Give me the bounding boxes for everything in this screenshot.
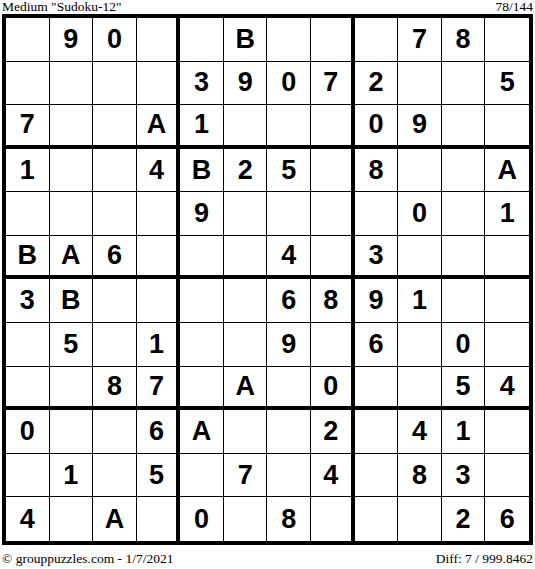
cell-r1c2: 9 (50, 18, 94, 62)
cell-r2c5: 3 (180, 62, 224, 106)
cell-r7c8: 8 (311, 279, 355, 323)
cell-r9c9[interactable] (355, 367, 399, 411)
cell-r1c4[interactable] (137, 18, 181, 62)
cell-r5c1[interactable] (6, 192, 50, 236)
cell-r7c1: 3 (6, 279, 50, 323)
cell-r12c10[interactable] (398, 497, 442, 541)
cell-r3c11[interactable] (442, 105, 486, 149)
cell-r4c10[interactable] (398, 149, 442, 193)
cell-r7c6[interactable] (224, 279, 268, 323)
cell-r5c6[interactable] (224, 192, 268, 236)
cell-r8c4: 1 (137, 323, 181, 367)
cell-r6c5[interactable] (180, 236, 224, 280)
cell-r9c6: A (224, 367, 268, 411)
cell-r3c12[interactable] (485, 105, 529, 149)
cell-r4c3[interactable] (93, 149, 137, 193)
cell-r8c2: 5 (50, 323, 94, 367)
cell-r4c9: 8 (355, 149, 399, 193)
cell-r4c7: 5 (267, 149, 311, 193)
puzzle-title: Medium "Sudoku-12" (2, 0, 121, 13)
cell-r2c3[interactable] (93, 62, 137, 106)
cell-r12c8[interactable] (311, 497, 355, 541)
cell-r10c12[interactable] (485, 410, 529, 454)
cell-r1c6: B (224, 18, 268, 62)
cell-r8c11: 0 (442, 323, 486, 367)
cell-r4c2[interactable] (50, 149, 94, 193)
cell-r11c8: 4 (311, 454, 355, 498)
cell-r1c7[interactable] (267, 18, 311, 62)
cell-r12c11: 2 (442, 497, 486, 541)
cell-r8c10[interactable] (398, 323, 442, 367)
cell-r12c9[interactable] (355, 497, 399, 541)
cell-r9c8: 0 (311, 367, 355, 411)
cell-r8c9: 6 (355, 323, 399, 367)
cell-r4c12: A (485, 149, 529, 193)
cell-r3c8[interactable] (311, 105, 355, 149)
footer: © grouppuzzles.com - 1/7/2021 Diff: 7 / … (2, 549, 533, 566)
cell-r9c4: 7 (137, 367, 181, 411)
cell-r8c5[interactable] (180, 323, 224, 367)
cell-r1c8[interactable] (311, 18, 355, 62)
cell-r3c10: 9 (398, 105, 442, 149)
cell-r11c10: 8 (398, 454, 442, 498)
cell-r9c10[interactable] (398, 367, 442, 411)
cell-r4c5: B (180, 149, 224, 193)
cell-r5c8[interactable] (311, 192, 355, 236)
cell-r1c1[interactable] (6, 18, 50, 62)
cell-r8c3[interactable] (93, 323, 137, 367)
cell-r11c3[interactable] (93, 454, 137, 498)
cell-r6c3: 6 (93, 236, 137, 280)
cell-r3c4: A (137, 105, 181, 149)
cell-r7c2: B (50, 279, 94, 323)
cell-r11c6: 7 (224, 454, 268, 498)
cell-r11c11: 3 (442, 454, 486, 498)
cell-r7c9: 9 (355, 279, 399, 323)
cell-r5c11[interactable] (442, 192, 486, 236)
cell-r6c6[interactable] (224, 236, 268, 280)
cell-r10c8: 2 (311, 410, 355, 454)
cell-r5c2[interactable] (50, 192, 94, 236)
cell-r10c1: 0 (6, 410, 50, 454)
cell-r6c9: 3 (355, 236, 399, 280)
cell-r2c1[interactable] (6, 62, 50, 106)
cell-r5c3[interactable] (93, 192, 137, 236)
cell-r5c5: 9 (180, 192, 224, 236)
cell-r7c10: 1 (398, 279, 442, 323)
cell-r7c11[interactable] (442, 279, 486, 323)
cell-r6c11[interactable] (442, 236, 486, 280)
cell-r4c11[interactable] (442, 149, 486, 193)
cell-r3c3[interactable] (93, 105, 137, 149)
cell-r6c12[interactable] (485, 236, 529, 280)
cell-r9c1[interactable] (6, 367, 50, 411)
cell-r7c5[interactable] (180, 279, 224, 323)
cell-r10c11: 1 (442, 410, 486, 454)
cell-r7c12[interactable] (485, 279, 529, 323)
cell-r11c2: 1 (50, 454, 94, 498)
cell-r5c4[interactable] (137, 192, 181, 236)
cell-r5c12: 1 (485, 192, 529, 236)
cell-r11c7[interactable] (267, 454, 311, 498)
cell-r2c8: 7 (311, 62, 355, 106)
cell-r1c5[interactable] (180, 18, 224, 62)
cell-r4c8[interactable] (311, 149, 355, 193)
cell-r3c7[interactable] (267, 105, 311, 149)
cell-r4c1: 1 (6, 149, 50, 193)
cell-r6c4[interactable] (137, 236, 181, 280)
cell-r4c4: 4 (137, 149, 181, 193)
cell-r3c6[interactable] (224, 105, 268, 149)
cell-r11c1[interactable] (6, 454, 50, 498)
cell-r12c5: 0 (180, 497, 224, 541)
cell-r2c4[interactable] (137, 62, 181, 106)
cell-r11c4: 5 (137, 454, 181, 498)
cell-r12c2[interactable] (50, 497, 94, 541)
cell-r9c11: 5 (442, 367, 486, 411)
cell-r2c10[interactable] (398, 62, 442, 106)
cell-r12c4[interactable] (137, 497, 181, 541)
cell-r5c10: 0 (398, 192, 442, 236)
cell-r5c9[interactable] (355, 192, 399, 236)
cell-r10c2[interactable] (50, 410, 94, 454)
cell-r12c7: 8 (267, 497, 311, 541)
cell-r2c6: 9 (224, 62, 268, 106)
cell-counter: 78/144 (495, 0, 533, 13)
cell-r10c6[interactable] (224, 410, 268, 454)
sudoku-board: 90B783907257A10914B258A901BA6433B6891519… (2, 14, 533, 545)
cell-r4c6: 2 (224, 149, 268, 193)
cell-r7c3[interactable] (93, 279, 137, 323)
cell-r8c1[interactable] (6, 323, 50, 367)
cell-r3c2[interactable] (50, 105, 94, 149)
cell-r1c11: 8 (442, 18, 486, 62)
cell-r3c5: 1 (180, 105, 224, 149)
cell-r3c9: 0 (355, 105, 399, 149)
cell-r2c7: 0 (267, 62, 311, 106)
cell-r11c12[interactable] (485, 454, 529, 498)
cell-r11c9[interactable] (355, 454, 399, 498)
cell-r8c12[interactable] (485, 323, 529, 367)
cell-r9c3: 8 (93, 367, 137, 411)
cell-r8c6[interactable] (224, 323, 268, 367)
cell-r7c7: 6 (267, 279, 311, 323)
cell-r1c3: 0 (93, 18, 137, 62)
cell-r2c2[interactable] (50, 62, 94, 106)
cell-r1c9[interactable] (355, 18, 399, 62)
cell-r9c12: 4 (485, 367, 529, 411)
cell-r10c7[interactable] (267, 410, 311, 454)
difficulty-text: Diff: 7 / 999.8462 (436, 551, 533, 566)
cell-r12c1: 4 (6, 497, 50, 541)
cell-r8c7: 9 (267, 323, 311, 367)
cell-r6c10[interactable] (398, 236, 442, 280)
header: Medium "Sudoku-12" 78/144 (2, 0, 533, 14)
copyright-text: © grouppuzzles.com - 1/7/2021 (2, 551, 173, 566)
cell-r9c7[interactable] (267, 367, 311, 411)
puzzle-page: Medium "Sudoku-12" 78/144 90B783907257A1… (0, 0, 535, 569)
cell-r10c3[interactable] (93, 410, 137, 454)
cell-r2c9: 2 (355, 62, 399, 106)
cell-r8c8[interactable] (311, 323, 355, 367)
cell-r10c10: 4 (398, 410, 442, 454)
cell-r2c12: 5 (485, 62, 529, 106)
cell-r10c5: A (180, 410, 224, 454)
cell-r9c2[interactable] (50, 367, 94, 411)
cell-r12c12: 6 (485, 497, 529, 541)
cell-r1c10: 7 (398, 18, 442, 62)
cell-r6c2: A (50, 236, 94, 280)
cell-r5c7[interactable] (267, 192, 311, 236)
cell-r2c11[interactable] (442, 62, 486, 106)
cell-r12c3: A (93, 497, 137, 541)
cell-r3c1: 7 (6, 105, 50, 149)
cell-r6c7: 4 (267, 236, 311, 280)
cell-r6c8[interactable] (311, 236, 355, 280)
cell-r10c4: 6 (137, 410, 181, 454)
cell-r10c9[interactable] (355, 410, 399, 454)
cell-r12c6[interactable] (224, 497, 268, 541)
cell-r7c4[interactable] (137, 279, 181, 323)
cell-r6c1: B (6, 236, 50, 280)
cell-r11c5[interactable] (180, 454, 224, 498)
cell-r9c5[interactable] (180, 367, 224, 411)
cell-r1c12[interactable] (485, 18, 529, 62)
